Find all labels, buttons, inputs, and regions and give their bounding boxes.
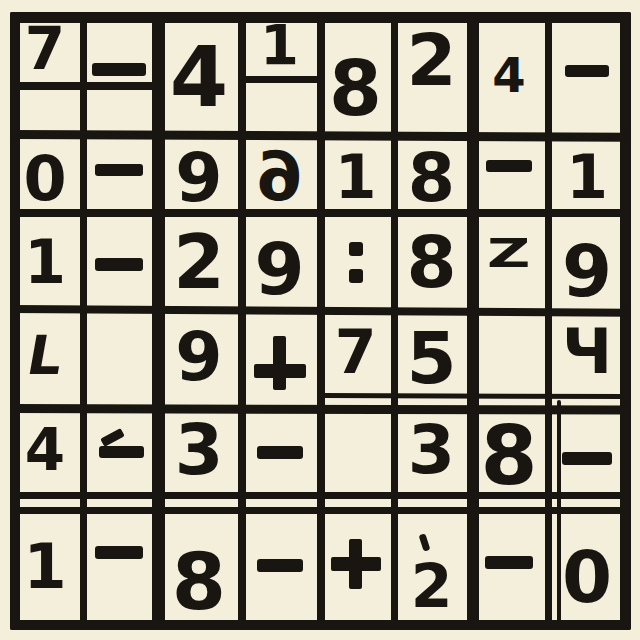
cell-r2c6[interactable]: 8 — [392, 130, 471, 209]
cell-r4c7[interactable] — [471, 305, 547, 404]
cell-r6c7[interactable] — [471, 514, 547, 620]
cell-r2c8[interactable]: 1 — [547, 130, 627, 209]
cell-r4c8[interactable]: Ч — [547, 305, 627, 404]
cell-r1c1-a[interactable]: 7 — [10, 12, 80, 82]
puzzle-board: 7418240961811298Z9L975Ч43381820 — [10, 12, 627, 620]
cell-r1c2-a[interactable] — [80, 12, 158, 82]
cell-r6c3[interactable]: 8 — [158, 514, 240, 620]
cell-r1c4-b[interactable] — [240, 82, 319, 130]
cell-glyph: 0 — [23, 148, 66, 210]
cell-r1c2-b[interactable] — [80, 82, 158, 130]
cell-glyph: L — [23, 329, 67, 383]
dash-glyph — [257, 446, 303, 459]
cell-glyph: 8 — [329, 51, 382, 127]
cell-glyph: 2 — [411, 556, 453, 616]
cell-r4c3[interactable]: 9 — [158, 305, 240, 404]
cell-glyph: 1 — [260, 17, 299, 73]
cell-r6c4[interactable] — [240, 514, 319, 620]
cell-r5c4[interactable] — [240, 404, 319, 492]
cell-r4c5[interactable]: 7 — [319, 305, 392, 404]
cell-r2c2[interactable] — [80, 130, 158, 209]
cell-r6c5[interactable] — [319, 514, 392, 620]
grid-hline-10 — [10, 620, 631, 630]
cell-glyph: 2 — [173, 225, 225, 299]
cell-r6c1[interactable]: 1 — [10, 514, 80, 620]
hook-bar — [99, 446, 144, 458]
cell-glyph: 4 — [170, 35, 228, 119]
cell-glyph: 0 — [562, 541, 612, 613]
cell-glyph: 8 — [172, 543, 226, 621]
cell-r5c2[interactable] — [80, 404, 158, 492]
dash-glyph — [486, 160, 532, 172]
plus-glyph — [331, 539, 381, 589]
acute-accent-mark — [418, 533, 430, 551]
dash-glyph — [95, 546, 143, 559]
cell-glyph: 1 — [566, 147, 608, 207]
cell-glyph: Z — [487, 233, 530, 272]
cell-r3c1[interactable]: 1 — [10, 209, 80, 305]
dash-glyph — [485, 556, 533, 569]
colon-dot — [349, 242, 363, 256]
plus-horizontal-bar — [331, 557, 381, 571]
plus-vertical-bar — [273, 336, 286, 390]
cell-r1c8[interactable] — [547, 12, 627, 130]
hook-flag — [100, 428, 125, 447]
cell-r1c3[interactable]: 4 — [158, 12, 240, 130]
hooked-dash-glyph — [99, 429, 145, 461]
puzzle-image: 7418240961811298Z9L975Ч43381820 — [0, 0, 640, 640]
cell-glyph: 7 — [335, 322, 377, 382]
cell-r3c6[interactable]: 8 — [392, 209, 471, 305]
cell-glyph: 4 — [25, 421, 65, 479]
cell-r5c8[interactable] — [547, 404, 627, 492]
colon-dot — [349, 269, 363, 283]
cell-glyph: 1 — [335, 147, 377, 207]
cell-r2c3[interactable]: 9 — [158, 130, 240, 209]
cell-r3c7[interactable]: Z — [471, 209, 547, 305]
cell-glyph: 5 — [406, 322, 456, 394]
cell-r6c6[interactable]: 2 — [392, 514, 471, 620]
cell-r1c4-a[interactable]: 1 — [240, 12, 319, 82]
dash-glyph — [565, 65, 609, 77]
cell-glyph: 2 — [406, 24, 456, 96]
cell-glyph: 9 — [562, 235, 612, 307]
cell-glyph: 9 — [175, 323, 222, 391]
cell-glyph: 9 — [254, 233, 304, 305]
cell-glyph: 8 — [408, 144, 455, 212]
cell-glyph: 3 — [408, 416, 455, 484]
cell-r5c5[interactable] — [319, 404, 392, 492]
plus-horizontal-bar — [254, 364, 306, 378]
dash-glyph — [257, 559, 303, 572]
colon-glyph — [349, 242, 363, 283]
plus-glyph — [254, 336, 306, 390]
cell-glyph: 6 — [256, 143, 303, 211]
cell-r2c7[interactable] — [471, 130, 547, 209]
dash-glyph — [92, 63, 146, 76]
cell-r4c6[interactable]: 5 — [392, 305, 471, 404]
cell-r6c2[interactable] — [80, 514, 158, 620]
dash-glyph — [562, 452, 612, 465]
cell-glyph: 9 — [175, 144, 222, 212]
cell-r3c4[interactable]: 9 — [240, 209, 319, 305]
cell-r5c6[interactable]: 3 — [392, 404, 471, 492]
cell-glyph: 4 — [492, 51, 525, 99]
cell-r5c1[interactable]: 4 — [10, 404, 80, 492]
cell-glyph: 3 — [175, 415, 224, 485]
cell-r1c5[interactable]: 8 — [319, 12, 392, 130]
cell-r3c2[interactable] — [80, 209, 158, 305]
cell-r3c5[interactable] — [319, 209, 392, 305]
cell-glyph: Ч — [562, 321, 612, 383]
cell-r6c8[interactable]: 0 — [547, 514, 627, 620]
cell-glyph: 7 — [25, 20, 65, 78]
cell-glyph: 8 — [480, 415, 537, 497]
cell-r2c1[interactable]: 0 — [10, 130, 80, 209]
cell-r4c2[interactable] — [80, 305, 158, 404]
cell-glyph: 1 — [23, 536, 66, 598]
cell-r3c8[interactable]: 9 — [547, 209, 627, 305]
cell-r5c7[interactable]: 8 — [471, 404, 547, 492]
cell-glyph: 1 — [24, 232, 66, 292]
cell-r4c4[interactable] — [240, 305, 319, 404]
cell-glyph: 8 — [406, 226, 456, 298]
cell-r2c4[interactable]: 6 — [240, 130, 319, 209]
cell-r1c7[interactable]: 4 — [471, 12, 547, 130]
cell-r5c3[interactable]: 3 — [158, 404, 240, 492]
cell-r4c1[interactable]: L — [10, 305, 80, 404]
dash-glyph — [95, 258, 143, 271]
cell-r3c3[interactable]: 2 — [158, 209, 240, 305]
cell-r1c6[interactable]: 2 — [392, 12, 471, 130]
dash-glyph — [95, 164, 143, 176]
cell-r1c1-b[interactable] — [10, 82, 80, 130]
cell-r2c5[interactable]: 1 — [319, 130, 392, 209]
